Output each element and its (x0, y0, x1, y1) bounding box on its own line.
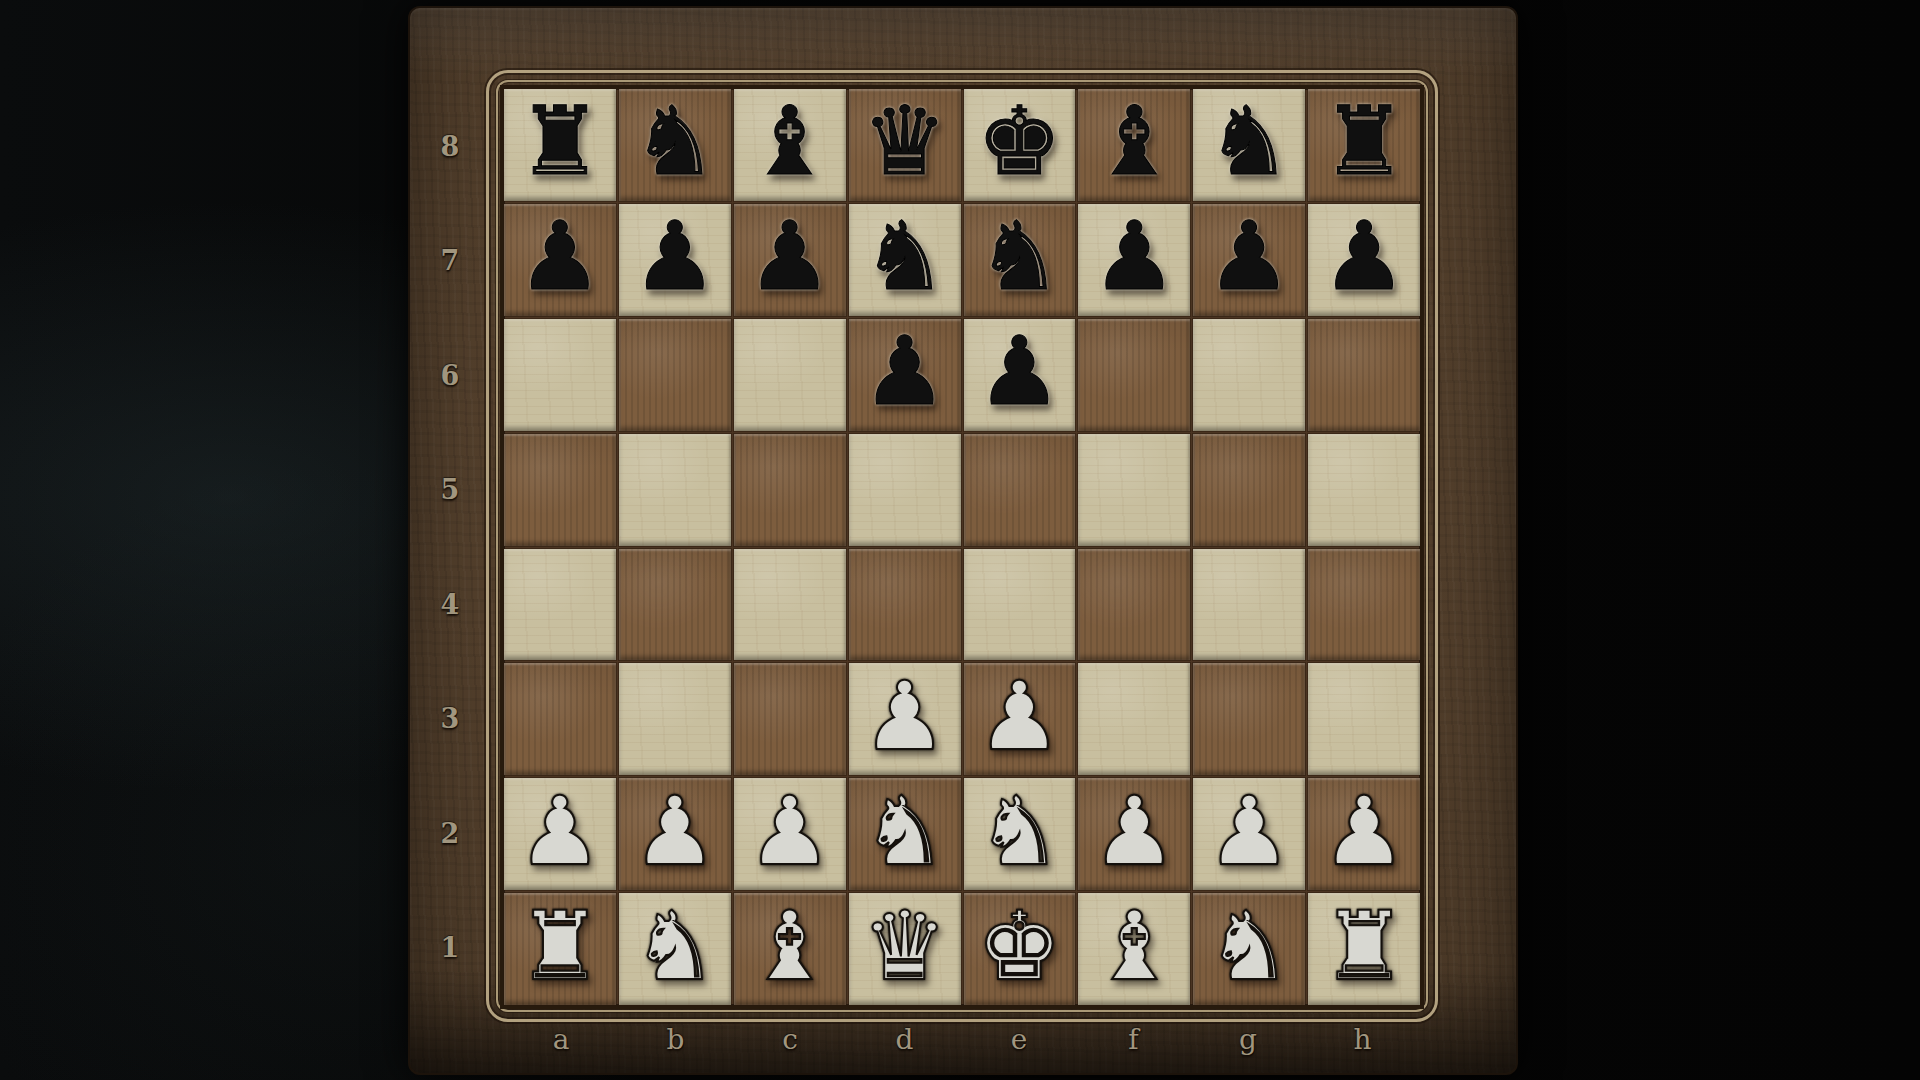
piece-black-knight[interactable]: ♞ (977, 209, 1062, 304)
square-h3[interactable] (1308, 663, 1420, 775)
square-e6[interactable]: ♟ (964, 319, 1076, 431)
square-a8[interactable]: ♜ (504, 89, 616, 201)
piece-black-rook[interactable]: ♜ (517, 94, 602, 189)
rank-label-7: 7 (424, 204, 476, 318)
square-b8[interactable]: ♞ (619, 89, 731, 201)
rank-label-5: 5 (424, 433, 476, 547)
file-label-c: c (733, 1018, 847, 1060)
square-c2[interactable]: ♟ (734, 778, 846, 890)
piece-white-rook[interactable]: ♜ (1321, 899, 1406, 994)
square-b5[interactable] (619, 434, 731, 546)
file-label-e: e (962, 1018, 1076, 1060)
rank-label-3: 3 (424, 662, 476, 776)
square-c5[interactable] (734, 434, 846, 546)
piece-black-pawn[interactable]: ♟ (1207, 209, 1292, 304)
piece-white-pawn[interactable]: ♟ (1207, 784, 1292, 879)
piece-white-pawn[interactable]: ♟ (517, 784, 602, 879)
square-a1[interactable]: ♜ (504, 893, 616, 1005)
piece-white-rook[interactable]: ♜ (517, 899, 602, 994)
file-label-h: h (1306, 1018, 1420, 1060)
rank-label-8: 8 (424, 89, 476, 203)
piece-white-bishop[interactable]: ♝ (747, 899, 832, 994)
chess-board: ♜♞♝♛♚♝♞♜♟♟♟♞♞♟♟♟♟♟♟♟♟♟♟♞♞♟♟♟♜♞♝♛♚♝♞♜ (504, 89, 1420, 1005)
rank-label-2: 2 (424, 776, 476, 890)
piece-white-knight[interactable]: ♞ (977, 784, 1062, 879)
square-f8[interactable]: ♝ (1078, 89, 1190, 201)
piece-white-pawn[interactable]: ♟ (1092, 784, 1177, 879)
piece-black-pawn[interactable]: ♟ (747, 209, 832, 304)
square-f4[interactable] (1078, 549, 1190, 661)
square-e4[interactable] (964, 549, 1076, 661)
square-h6[interactable] (1308, 319, 1420, 431)
square-a3[interactable] (504, 663, 616, 775)
square-e2[interactable]: ♞ (964, 778, 1076, 890)
square-b2[interactable]: ♟ (619, 778, 731, 890)
square-g4[interactable] (1193, 549, 1305, 661)
square-d2[interactable]: ♞ (849, 778, 961, 890)
piece-white-knight[interactable]: ♞ (862, 784, 947, 879)
square-g7[interactable]: ♟ (1193, 204, 1305, 316)
square-c4[interactable] (734, 549, 846, 661)
piece-black-knight[interactable]: ♞ (632, 94, 717, 189)
square-g1[interactable]: ♞ (1193, 893, 1305, 1005)
square-e1[interactable]: ♚ (964, 893, 1076, 1005)
file-label-f: f (1077, 1018, 1191, 1060)
piece-black-king[interactable]: ♚ (977, 94, 1062, 189)
square-e8[interactable]: ♚ (964, 89, 1076, 201)
square-c7[interactable]: ♟ (734, 204, 846, 316)
piece-white-knight[interactable]: ♞ (632, 899, 717, 994)
rank-label-1: 1 (424, 891, 476, 1005)
piece-black-pawn[interactable]: ♟ (1092, 209, 1177, 304)
rank-label-4: 4 (424, 547, 476, 661)
file-label-g: g (1191, 1018, 1305, 1060)
square-h2[interactable]: ♟ (1308, 778, 1420, 890)
square-c1[interactable]: ♝ (734, 893, 846, 1005)
piece-black-rook[interactable]: ♜ (1321, 94, 1406, 189)
square-h4[interactable] (1308, 549, 1420, 661)
square-f3[interactable] (1078, 663, 1190, 775)
square-b3[interactable] (619, 663, 731, 775)
app-background: ♜♞♝♛♚♝♞♜♟♟♟♞♞♟♟♟♟♟♟♟♟♟♟♞♞♟♟♟♜♞♝♛♚♝♞♜ 876… (0, 0, 1920, 1080)
square-d5[interactable] (849, 434, 961, 546)
square-f1[interactable]: ♝ (1078, 893, 1190, 1005)
piece-white-pawn[interactable]: ♟ (1321, 784, 1406, 879)
piece-black-pawn[interactable]: ♟ (1321, 209, 1406, 304)
square-d4[interactable] (849, 549, 961, 661)
square-g3[interactable] (1193, 663, 1305, 775)
square-a2[interactable]: ♟ (504, 778, 616, 890)
piece-black-bishop[interactable]: ♝ (747, 94, 832, 189)
file-label-d: d (848, 1018, 962, 1060)
square-d3[interactable]: ♟ (849, 663, 961, 775)
piece-black-pawn[interactable]: ♟ (517, 209, 602, 304)
square-a5[interactable] (504, 434, 616, 546)
square-f7[interactable]: ♟ (1078, 204, 1190, 316)
square-e5[interactable] (964, 434, 1076, 546)
square-b1[interactable]: ♞ (619, 893, 731, 1005)
square-h7[interactable]: ♟ (1308, 204, 1420, 316)
piece-black-knight[interactable]: ♞ (1207, 94, 1292, 189)
piece-white-king[interactable]: ♚ (977, 899, 1062, 994)
square-d1[interactable]: ♛ (849, 893, 961, 1005)
piece-white-pawn[interactable]: ♟ (862, 669, 947, 764)
square-h5[interactable] (1308, 434, 1420, 546)
rank-label-6: 6 (424, 318, 476, 432)
file-label-b: b (619, 1018, 733, 1060)
piece-white-bishop[interactable]: ♝ (1092, 899, 1177, 994)
square-a7[interactable]: ♟ (504, 204, 616, 316)
square-d7[interactable]: ♞ (849, 204, 961, 316)
square-f5[interactable] (1078, 434, 1190, 546)
square-b7[interactable]: ♟ (619, 204, 731, 316)
piece-black-pawn[interactable]: ♟ (632, 209, 717, 304)
square-d6[interactable]: ♟ (849, 319, 961, 431)
square-a6[interactable] (504, 319, 616, 431)
square-c8[interactable]: ♝ (734, 89, 846, 201)
piece-white-pawn[interactable]: ♟ (747, 784, 832, 879)
square-g6[interactable] (1193, 319, 1305, 431)
piece-black-pawn[interactable]: ♟ (977, 324, 1062, 419)
piece-white-pawn[interactable]: ♟ (977, 669, 1062, 764)
square-e7[interactable]: ♞ (964, 204, 1076, 316)
square-h8[interactable]: ♜ (1308, 89, 1420, 201)
square-c3[interactable] (734, 663, 846, 775)
square-g5[interactable] (1193, 434, 1305, 546)
square-h1[interactable]: ♜ (1308, 893, 1420, 1005)
square-e3[interactable]: ♟ (964, 663, 1076, 775)
file-label-a: a (504, 1018, 618, 1060)
square-f2[interactable]: ♟ (1078, 778, 1190, 890)
square-a4[interactable] (504, 549, 616, 661)
square-b6[interactable] (619, 319, 731, 431)
square-d8[interactable]: ♛ (849, 89, 961, 201)
piece-black-bishop[interactable]: ♝ (1092, 94, 1177, 189)
piece-black-knight[interactable]: ♞ (862, 209, 947, 304)
square-g2[interactable]: ♟ (1193, 778, 1305, 890)
square-b4[interactable] (619, 549, 731, 661)
piece-white-pawn[interactable]: ♟ (632, 784, 717, 879)
piece-black-queen[interactable]: ♛ (862, 94, 947, 189)
piece-white-knight[interactable]: ♞ (1207, 899, 1292, 994)
square-g8[interactable]: ♞ (1193, 89, 1305, 201)
piece-white-queen[interactable]: ♛ (862, 899, 947, 994)
square-c6[interactable] (734, 319, 846, 431)
square-f6[interactable] (1078, 319, 1190, 431)
piece-black-pawn[interactable]: ♟ (862, 324, 947, 419)
